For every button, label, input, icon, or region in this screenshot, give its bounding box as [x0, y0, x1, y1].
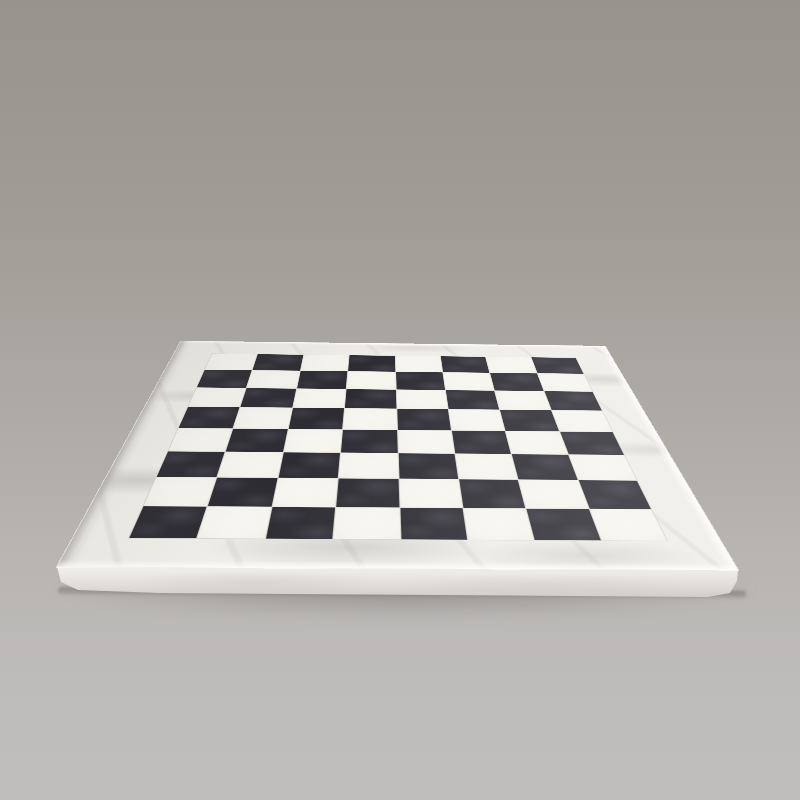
square-a7 — [197, 370, 252, 388]
square-h4 — [560, 431, 624, 454]
square-c4 — [284, 429, 343, 452]
square-f3 — [455, 454, 518, 480]
square-g6 — [495, 391, 551, 410]
square-a6 — [188, 388, 246, 407]
square-g5 — [500, 410, 559, 431]
square-a3 — [157, 451, 225, 477]
square-b1 — [198, 507, 272, 539]
square-c6 — [293, 389, 346, 408]
square-g4 — [506, 431, 568, 454]
square-e7 — [396, 372, 445, 390]
square-f4 — [452, 431, 511, 454]
square-e6 — [396, 390, 447, 409]
square-b2 — [208, 478, 277, 507]
square-a5 — [179, 407, 240, 428]
square-g7 — [490, 373, 543, 391]
square-f2 — [459, 479, 525, 508]
square-f5 — [449, 409, 505, 430]
square-c2 — [272, 478, 337, 507]
square-c8 — [301, 355, 349, 371]
square-c5 — [289, 408, 345, 429]
square-g8 — [486, 357, 537, 373]
square-h6 — [544, 391, 602, 410]
square-e3 — [398, 453, 458, 479]
square-d8 — [348, 355, 395, 371]
square-d5 — [343, 408, 397, 429]
square-g1 — [527, 509, 601, 541]
studio-backdrop — [0, 0, 800, 800]
board-far-bevel-highlight — [180, 341, 607, 348]
board-grid — [128, 353, 668, 541]
square-b5 — [234, 407, 292, 428]
square-h7 — [537, 374, 592, 392]
square-h1 — [589, 509, 666, 541]
square-a8 — [205, 354, 257, 370]
square-e8 — [395, 356, 442, 372]
square-c1 — [266, 507, 336, 539]
square-f6 — [446, 390, 500, 409]
chess-board — [57, 341, 738, 570]
square-a1 — [129, 506, 207, 538]
square-b4 — [226, 429, 287, 452]
square-b8 — [253, 354, 303, 370]
square-d2 — [336, 479, 399, 508]
square-f8 — [441, 356, 490, 372]
square-f1 — [463, 508, 534, 540]
square-a4 — [168, 428, 232, 451]
square-d4 — [341, 430, 397, 453]
square-c7 — [297, 371, 348, 389]
square-h3 — [569, 455, 637, 481]
square-b6 — [241, 388, 296, 407]
square-e4 — [398, 430, 455, 453]
square-d1 — [333, 507, 399, 539]
square-d7 — [347, 372, 396, 390]
square-a2 — [144, 477, 217, 506]
square-d3 — [339, 453, 398, 479]
square-f7 — [443, 373, 494, 391]
square-h2 — [578, 480, 650, 508]
square-g3 — [512, 454, 577, 480]
square-h8 — [531, 357, 583, 373]
square-h5 — [552, 410, 613, 431]
square-b3 — [218, 452, 283, 478]
square-e1 — [400, 508, 467, 540]
square-e2 — [399, 479, 462, 508]
square-c3 — [278, 452, 340, 478]
square-d6 — [345, 389, 396, 408]
square-b7 — [247, 370, 300, 388]
square-e5 — [397, 409, 451, 430]
square-g2 — [519, 480, 588, 509]
